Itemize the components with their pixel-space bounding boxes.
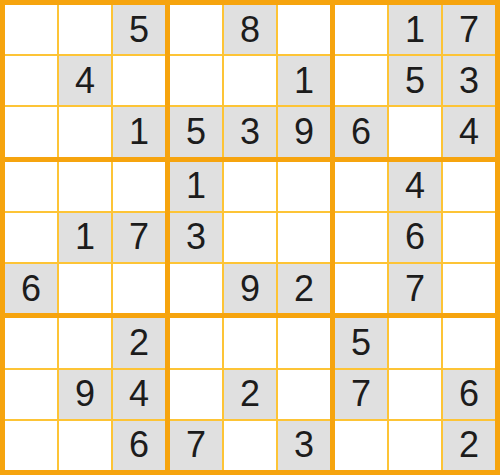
sudoku-box-4: 176 xyxy=(5,162,165,314)
sudoku-cell-r3c4[interactable]: 5 xyxy=(170,107,222,156)
sudoku-cell-r1c8[interactable]: 1 xyxy=(389,5,441,54)
sudoku-cell-r9c6[interactable]: 3 xyxy=(278,421,330,470)
sudoku-cell-r6c3[interactable] xyxy=(113,264,165,313)
sudoku-cell-r8c9[interactable]: 6 xyxy=(443,370,495,419)
sudoku-cell-r7c4[interactable] xyxy=(170,318,222,367)
sudoku-cell-r7c9[interactable] xyxy=(443,318,495,367)
sudoku-cell-r5c3[interactable]: 7 xyxy=(113,213,165,262)
sudoku-cell-r7c3[interactable]: 2 xyxy=(113,318,165,367)
sudoku-cell-r4c5[interactable] xyxy=(224,162,276,211)
sudoku-box-6: 467 xyxy=(335,162,495,314)
sudoku-cell-r7c7[interactable]: 5 xyxy=(335,318,387,367)
sudoku-cell-r4c4[interactable]: 1 xyxy=(170,162,222,211)
sudoku-cell-r1c9[interactable]: 7 xyxy=(443,5,495,54)
sudoku-cell-r5c4[interactable]: 3 xyxy=(170,213,222,262)
sudoku-cell-r1c6[interactable] xyxy=(278,5,330,54)
sudoku-cell-r3c2[interactable] xyxy=(59,107,111,156)
sudoku-cell-r5c9[interactable] xyxy=(443,213,495,262)
sudoku-cell-r6c6[interactable]: 2 xyxy=(278,264,330,313)
sudoku-cell-r2c9[interactable]: 3 xyxy=(443,56,495,105)
sudoku-cell-r8c2[interactable]: 9 xyxy=(59,370,111,419)
sudoku-cell-r2c2[interactable]: 4 xyxy=(59,56,111,105)
sudoku-cell-r9c3[interactable]: 6 xyxy=(113,421,165,470)
sudoku-box-2: 81539 xyxy=(170,5,330,157)
sudoku-cell-r3c7[interactable]: 6 xyxy=(335,107,387,156)
sudoku-cell-r3c8[interactable] xyxy=(389,107,441,156)
sudoku-cell-r3c5[interactable]: 3 xyxy=(224,107,276,156)
sudoku-cell-r3c1[interactable] xyxy=(5,107,57,156)
sudoku-cell-r6c7[interactable] xyxy=(335,264,387,313)
sudoku-cell-r1c1[interactable] xyxy=(5,5,57,54)
sudoku-cell-r5c2[interactable]: 1 xyxy=(59,213,111,262)
sudoku-cell-r2c1[interactable] xyxy=(5,56,57,105)
sudoku-box-9: 5762 xyxy=(335,318,495,470)
sudoku-cell-r5c6[interactable] xyxy=(278,213,330,262)
sudoku-cell-r8c1[interactable] xyxy=(5,370,57,419)
sudoku-cell-r6c1[interactable]: 6 xyxy=(5,264,57,313)
sudoku-cell-r9c9[interactable]: 2 xyxy=(443,421,495,470)
sudoku-cell-r7c6[interactable] xyxy=(278,318,330,367)
sudoku-cell-r2c8[interactable]: 5 xyxy=(389,56,441,105)
sudoku-cell-r1c2[interactable] xyxy=(59,5,111,54)
sudoku-cell-r4c1[interactable] xyxy=(5,162,57,211)
sudoku-cell-r6c8[interactable]: 7 xyxy=(389,264,441,313)
sudoku-cell-r2c3[interactable] xyxy=(113,56,165,105)
sudoku-cell-r9c8[interactable] xyxy=(389,421,441,470)
sudoku-cell-r2c5[interactable] xyxy=(224,56,276,105)
sudoku-cell-r5c1[interactable] xyxy=(5,213,57,262)
sudoku-cell-r8c5[interactable]: 2 xyxy=(224,370,276,419)
sudoku-box-8: 273 xyxy=(170,318,330,470)
sudoku-box-5: 1392 xyxy=(170,162,330,314)
sudoku-cell-r4c2[interactable] xyxy=(59,162,111,211)
sudoku-cell-r7c1[interactable] xyxy=(5,318,57,367)
sudoku-cell-r2c6[interactable]: 1 xyxy=(278,56,330,105)
sudoku-cell-r7c8[interactable] xyxy=(389,318,441,367)
sudoku-cell-r1c7[interactable] xyxy=(335,5,387,54)
sudoku-cell-r9c7[interactable] xyxy=(335,421,387,470)
sudoku-box-3: 175364 xyxy=(335,5,495,157)
sudoku-cell-r4c8[interactable]: 4 xyxy=(389,162,441,211)
sudoku-cell-r2c7[interactable] xyxy=(335,56,387,105)
sudoku-cell-r5c7[interactable] xyxy=(335,213,387,262)
sudoku-cell-r6c4[interactable] xyxy=(170,264,222,313)
sudoku-cell-r5c8[interactable]: 6 xyxy=(389,213,441,262)
sudoku-box-7: 2946 xyxy=(5,318,165,470)
sudoku-cell-r6c2[interactable] xyxy=(59,264,111,313)
sudoku-cell-r8c3[interactable]: 4 xyxy=(113,370,165,419)
sudoku-cell-r7c5[interactable] xyxy=(224,318,276,367)
sudoku-box-1: 541 xyxy=(5,5,165,157)
sudoku-cell-r6c5[interactable]: 9 xyxy=(224,264,276,313)
sudoku-cell-r2c4[interactable] xyxy=(170,56,222,105)
sudoku-cell-r9c2[interactable] xyxy=(59,421,111,470)
sudoku-cell-r4c6[interactable] xyxy=(278,162,330,211)
sudoku-board: 54181539175364176139246729462735762 xyxy=(0,0,500,475)
sudoku-cell-r4c9[interactable] xyxy=(443,162,495,211)
sudoku-cell-r3c9[interactable]: 4 xyxy=(443,107,495,156)
sudoku-cell-r8c7[interactable]: 7 xyxy=(335,370,387,419)
sudoku-cell-r9c5[interactable] xyxy=(224,421,276,470)
sudoku-cell-r1c5[interactable]: 8 xyxy=(224,5,276,54)
sudoku-cell-r7c2[interactable] xyxy=(59,318,111,367)
sudoku-cell-r9c4[interactable]: 7 xyxy=(170,421,222,470)
sudoku-cell-r3c3[interactable]: 1 xyxy=(113,107,165,156)
sudoku-cell-r3c6[interactable]: 9 xyxy=(278,107,330,156)
sudoku-cell-r4c7[interactable] xyxy=(335,162,387,211)
sudoku-cell-r8c8[interactable] xyxy=(389,370,441,419)
sudoku-cell-r6c9[interactable] xyxy=(443,264,495,313)
sudoku-cell-r9c1[interactable] xyxy=(5,421,57,470)
sudoku-cell-r1c4[interactable] xyxy=(170,5,222,54)
sudoku-cell-r8c4[interactable] xyxy=(170,370,222,419)
sudoku-cell-r5c5[interactable] xyxy=(224,213,276,262)
sudoku-cell-r8c6[interactable] xyxy=(278,370,330,419)
sudoku-cell-r1c3[interactable]: 5 xyxy=(113,5,165,54)
sudoku-cell-r4c3[interactable] xyxy=(113,162,165,211)
